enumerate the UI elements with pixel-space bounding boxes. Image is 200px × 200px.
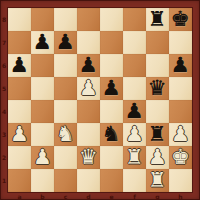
chess-board: ♜♚♟♟♟♟♟♟♟♛♟♟♞♞♟♜♟♟♛♜♟♚♜ — [8, 8, 192, 192]
coord-rank-4: 4 — [0, 100, 8, 123]
square-c7[interactable]: ♟ — [54, 31, 77, 54]
square-d2[interactable]: ♛ — [77, 146, 100, 169]
black-rook[interactable]: ♜ — [146, 123, 169, 146]
white-pawn[interactable]: ♟ — [169, 123, 192, 146]
black-pawn[interactable]: ♟ — [100, 77, 123, 100]
square-c4[interactable] — [54, 100, 77, 123]
square-e5[interactable]: ♟ — [100, 77, 123, 100]
square-e7[interactable] — [100, 31, 123, 54]
square-a5[interactable] — [8, 77, 31, 100]
coord-file-f: f — [123, 192, 146, 200]
square-g5[interactable]: ♛ — [146, 77, 169, 100]
square-b3[interactable] — [31, 123, 54, 146]
square-d8[interactable] — [77, 8, 100, 31]
square-g2[interactable]: ♟ — [146, 146, 169, 169]
white-pawn[interactable]: ♟ — [77, 77, 100, 100]
square-b8[interactable] — [31, 8, 54, 31]
square-h1[interactable] — [169, 169, 192, 192]
square-c1[interactable] — [54, 169, 77, 192]
square-e2[interactable] — [100, 146, 123, 169]
square-f5[interactable] — [123, 77, 146, 100]
square-a7[interactable] — [8, 31, 31, 54]
square-a4[interactable] — [8, 100, 31, 123]
square-a2[interactable] — [8, 146, 31, 169]
square-h3[interactable]: ♟ — [169, 123, 192, 146]
coord-file-g: g — [146, 192, 169, 200]
white-rook[interactable]: ♜ — [123, 146, 146, 169]
coord-rank-5: 5 — [0, 77, 8, 100]
square-b2[interactable]: ♟ — [31, 146, 54, 169]
square-c6[interactable] — [54, 54, 77, 77]
square-e6[interactable] — [100, 54, 123, 77]
white-pawn[interactable]: ♟ — [123, 123, 146, 146]
square-h7[interactable] — [169, 31, 192, 54]
coord-file-d: d — [77, 192, 100, 200]
black-rook[interactable]: ♜ — [146, 8, 169, 31]
square-b6[interactable] — [31, 54, 54, 77]
square-g8[interactable]: ♜ — [146, 8, 169, 31]
square-a8[interactable] — [8, 8, 31, 31]
square-b7[interactable]: ♟ — [31, 31, 54, 54]
square-d3[interactable] — [77, 123, 100, 146]
black-pawn[interactable]: ♟ — [54, 31, 77, 54]
square-d1[interactable] — [77, 169, 100, 192]
square-f4[interactable]: ♟ — [123, 100, 146, 123]
black-pawn[interactable]: ♟ — [31, 31, 54, 54]
square-h4[interactable] — [169, 100, 192, 123]
square-g4[interactable] — [146, 100, 169, 123]
coord-file-e: e — [100, 192, 123, 200]
square-f2[interactable]: ♜ — [123, 146, 146, 169]
square-e8[interactable] — [100, 8, 123, 31]
coord-file-a: a — [8, 192, 31, 200]
white-king[interactable]: ♚ — [169, 146, 192, 169]
square-e1[interactable] — [100, 169, 123, 192]
black-pawn[interactable]: ♟ — [123, 100, 146, 123]
coord-file-b: b — [31, 192, 54, 200]
white-queen[interactable]: ♛ — [77, 146, 100, 169]
square-f1[interactable] — [123, 169, 146, 192]
square-e4[interactable] — [100, 100, 123, 123]
square-h6[interactable]: ♟ — [169, 54, 192, 77]
square-g1[interactable]: ♜ — [146, 169, 169, 192]
square-f3[interactable]: ♟ — [123, 123, 146, 146]
coord-rank-2: 2 — [0, 146, 8, 169]
square-c2[interactable] — [54, 146, 77, 169]
coord-rank-7: 7 — [0, 31, 8, 54]
square-g6[interactable] — [146, 54, 169, 77]
black-king[interactable]: ♚ — [169, 8, 192, 31]
square-b4[interactable] — [31, 100, 54, 123]
square-a1[interactable] — [8, 169, 31, 192]
coord-rank-8: 8 — [0, 8, 8, 31]
square-c8[interactable] — [54, 8, 77, 31]
board-frame: ♜♚♟♟♟♟♟♟♟♛♟♟♞♞♟♜♟♟♛♜♟♚♜ 87654321abcdefgh — [0, 0, 200, 200]
square-g7[interactable] — [146, 31, 169, 54]
square-h2[interactable]: ♚ — [169, 146, 192, 169]
black-pawn[interactable]: ♟ — [77, 54, 100, 77]
square-c5[interactable] — [54, 77, 77, 100]
coord-rank-1: 1 — [0, 169, 8, 192]
black-pawn[interactable]: ♟ — [8, 54, 31, 77]
square-h8[interactable]: ♚ — [169, 8, 192, 31]
coord-file-c: c — [54, 192, 77, 200]
square-f8[interactable] — [123, 8, 146, 31]
square-a6[interactable]: ♟ — [8, 54, 31, 77]
black-knight[interactable]: ♞ — [100, 123, 123, 146]
white-pawn[interactable]: ♟ — [146, 146, 169, 169]
white-rook[interactable]: ♜ — [146, 169, 169, 192]
white-knight[interactable]: ♞ — [54, 123, 77, 146]
square-d6[interactable]: ♟ — [77, 54, 100, 77]
coord-rank-3: 3 — [0, 123, 8, 146]
black-pawn[interactable]: ♟ — [169, 54, 192, 77]
square-b5[interactable] — [31, 77, 54, 100]
square-c3[interactable]: ♞ — [54, 123, 77, 146]
square-f7[interactable] — [123, 31, 146, 54]
white-pawn[interactable]: ♟ — [8, 123, 31, 146]
square-d7[interactable] — [77, 31, 100, 54]
coord-rank-6: 6 — [0, 54, 8, 77]
square-g3[interactable]: ♜ — [146, 123, 169, 146]
square-d4[interactable] — [77, 100, 100, 123]
coord-file-h: h — [169, 192, 192, 200]
square-h5[interactable] — [169, 77, 192, 100]
square-d5[interactable]: ♟ — [77, 77, 100, 100]
white-pawn[interactable]: ♟ — [31, 146, 54, 169]
square-f6[interactable] — [123, 54, 146, 77]
square-b1[interactable] — [31, 169, 54, 192]
black-queen[interactable]: ♛ — [146, 77, 169, 100]
square-e3[interactable]: ♞ — [100, 123, 123, 146]
square-a3[interactable]: ♟ — [8, 123, 31, 146]
